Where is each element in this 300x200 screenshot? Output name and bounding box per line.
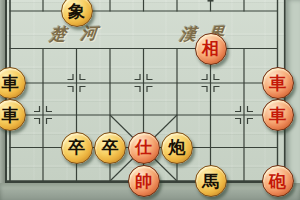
- piece-black-soldier[interactable]: 卒: [94, 132, 126, 164]
- piece-black-soldier[interactable]: 卒: [61, 132, 93, 164]
- piece-red-elephant[interactable]: 相: [195, 33, 227, 65]
- piece-red-chariot[interactable]: 車: [262, 67, 294, 99]
- piece-red-general[interactable]: 帥: [128, 165, 160, 197]
- river-label-chu: 楚河: [49, 23, 113, 46]
- piece-red-advisor[interactable]: 仕: [128, 132, 160, 164]
- piece-glyph: 車: [2, 75, 19, 92]
- piece-glyph: 相: [202, 40, 219, 57]
- piece-glyph: 炮: [169, 139, 186, 156]
- piece-red-chariot[interactable]: 車: [262, 99, 294, 131]
- piece-glyph: 車: [2, 107, 19, 124]
- piece-red-cannon[interactable]: 砲: [262, 165, 294, 197]
- piece-glyph: 卒: [102, 139, 119, 156]
- piece-glyph: 象: [68, 3, 85, 20]
- piece-black-cannon[interactable]: 炮: [161, 132, 193, 164]
- xiangqi-board[interactable]: 楚河 漢界 象 相 車 車 車 車 卒 卒 仕 炮 帥 馬 砲: [0, 0, 300, 200]
- piece-glyph: 帥: [135, 173, 152, 190]
- piece-glyph: 車: [269, 107, 286, 124]
- piece-glyph: 馬: [202, 173, 219, 190]
- piece-glyph: 砲: [269, 173, 286, 190]
- piece-glyph: 車: [269, 75, 286, 92]
- piece-glyph: 仕: [135, 139, 152, 156]
- piece-glyph: 卒: [68, 139, 85, 156]
- piece-black-horse[interactable]: 馬: [195, 165, 227, 197]
